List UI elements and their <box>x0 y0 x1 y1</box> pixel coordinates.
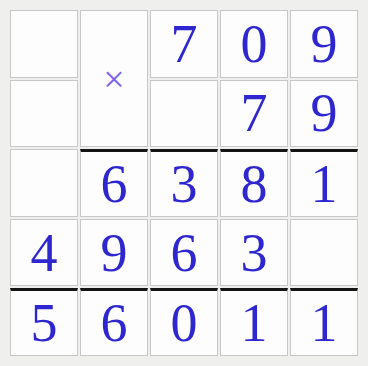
multiply-sign: × <box>80 10 148 147</box>
cell-r4-c5 <box>290 219 358 287</box>
cell-r5-c4: 1 <box>220 288 288 356</box>
cell-r2-c4: 7 <box>220 80 288 148</box>
worksheet-page: × 7 0 9 7 9 6 3 8 1 4 9 6 3 5 6 0 1 1 <box>0 0 368 366</box>
cell-r2-c1 <box>10 80 78 148</box>
cell-r3-c4: 8 <box>220 149 288 217</box>
cell-r5-c2: 6 <box>80 288 148 356</box>
cell-r3-c2: 6 <box>80 149 148 217</box>
cell-r3-c5: 1 <box>290 149 358 217</box>
cell-r5-c3: 0 <box>150 288 218 356</box>
cell-r5-c5: 1 <box>290 288 358 356</box>
cell-r1-c5: 9 <box>290 10 358 78</box>
cell-r3-c3: 3 <box>150 149 218 217</box>
cell-r1-c1 <box>10 10 78 78</box>
cell-r4-c3: 6 <box>150 219 218 287</box>
cell-r3-c1 <box>10 149 78 217</box>
cell-r1-c4: 0 <box>220 10 288 78</box>
cell-r4-c4: 3 <box>220 219 288 287</box>
cell-r1-c3: 7 <box>150 10 218 78</box>
cell-r2-c5: 9 <box>290 80 358 148</box>
cell-r2-c3 <box>150 80 218 148</box>
cell-r4-c2: 9 <box>80 219 148 287</box>
long-multiplication-grid: × 7 0 9 7 9 6 3 8 1 4 9 6 3 5 6 0 1 1 <box>10 10 358 356</box>
cell-r4-c1: 4 <box>10 219 78 287</box>
cell-r5-c1: 5 <box>10 288 78 356</box>
